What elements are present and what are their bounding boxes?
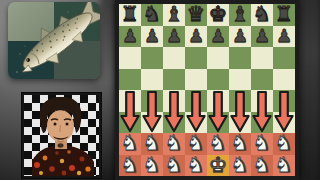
piece-white-knight[interactable]: ♞ — [253, 133, 272, 154]
square-h8[interactable]: ♜ — [273, 4, 295, 26]
square-d2[interactable]: ♞ — [185, 133, 207, 155]
square-h5[interactable] — [273, 69, 295, 91]
square-g4[interactable] — [251, 90, 273, 112]
piece-black-pawn[interactable]: ♟ — [210, 27, 226, 45]
square-c5[interactable] — [163, 69, 185, 91]
fish-body — [17, 6, 98, 76]
square-h1[interactable]: ♞ — [273, 155, 295, 177]
square-e1[interactable]: ♚ — [207, 155, 229, 177]
square-h3[interactable] — [273, 112, 295, 134]
portrait-left-eye — [54, 123, 57, 126]
square-h4[interactable] — [273, 90, 295, 112]
square-b3[interactable] — [141, 112, 163, 134]
square-c7[interactable]: ♟ — [163, 26, 185, 48]
piece-black-pawn[interactable]: ♟ — [188, 27, 204, 45]
square-f1[interactable]: ♞ — [229, 155, 251, 177]
piece-black-rook[interactable]: ♜ — [275, 4, 294, 25]
square-c1[interactable]: ♞ — [163, 155, 185, 177]
square-g5[interactable] — [251, 69, 273, 91]
square-c8[interactable]: ♝ — [163, 4, 185, 26]
square-a1[interactable]: ♞ — [119, 155, 141, 177]
piece-white-knight[interactable]: ♞ — [209, 133, 228, 154]
piece-black-knight[interactable]: ♞ — [253, 4, 272, 25]
square-f7[interactable]: ♟ — [229, 26, 251, 48]
portrait-right-eye — [66, 123, 69, 126]
square-b5[interactable] — [141, 69, 163, 91]
square-c6[interactable] — [163, 47, 185, 69]
square-h6[interactable] — [273, 47, 295, 69]
square-g3[interactable] — [251, 112, 273, 134]
piece-black-bishop[interactable]: ♝ — [231, 4, 250, 25]
square-h2[interactable]: ♞ — [273, 133, 295, 155]
square-a6[interactable] — [119, 47, 141, 69]
square-a4[interactable] — [119, 90, 141, 112]
piece-white-knight[interactable]: ♞ — [121, 133, 140, 154]
piece-black-pawn[interactable]: ♟ — [232, 27, 248, 45]
square-a8[interactable]: ♜ — [119, 4, 141, 26]
square-e2[interactable]: ♞ — [207, 133, 229, 155]
square-e3[interactable] — [207, 112, 229, 134]
square-e4[interactable] — [207, 90, 229, 112]
square-d5[interactable] — [185, 69, 207, 91]
square-e6[interactable] — [207, 47, 229, 69]
piece-white-knight[interactable]: ♞ — [165, 133, 184, 154]
square-a2[interactable]: ♞ — [119, 133, 141, 155]
piece-white-knight[interactable]: ♞ — [187, 133, 206, 154]
piece-white-knight[interactable]: ♞ — [121, 155, 140, 176]
square-e8[interactable]: ♚ — [207, 4, 229, 26]
square-b1[interactable]: ♞ — [141, 155, 163, 177]
piece-white-knight[interactable]: ♞ — [143, 133, 162, 154]
square-d7[interactable]: ♟ — [185, 26, 207, 48]
piece-white-knight[interactable]: ♞ — [165, 155, 184, 176]
piece-white-knight[interactable]: ♞ — [231, 133, 250, 154]
square-h7[interactable]: ♟ — [273, 26, 295, 48]
piece-black-pawn[interactable]: ♟ — [254, 27, 270, 45]
square-g6[interactable] — [251, 47, 273, 69]
portrait-nose — [60, 125, 61, 132]
piece-white-knight[interactable]: ♞ — [187, 155, 206, 176]
piece-white-king[interactable]: ♚ — [209, 155, 228, 176]
chess-board: ♜♞♝♛♚♝♞♜♟♟♟♟♟♟♟♟♞♞♞♞♞♞♞♞♞♞♞♞♚♞♞♞ — [115, 0, 299, 180]
piece-black-pawn[interactable]: ♟ — [122, 27, 138, 45]
square-a7[interactable]: ♟ — [119, 26, 141, 48]
piece-black-pawn[interactable]: ♟ — [276, 27, 292, 45]
square-f6[interactable] — [229, 47, 251, 69]
portrait-chin-beard — [58, 143, 64, 147]
piece-white-knight[interactable]: ♞ — [275, 155, 294, 176]
square-g8[interactable]: ♞ — [251, 4, 273, 26]
square-f5[interactable] — [229, 69, 251, 91]
square-d4[interactable] — [185, 90, 207, 112]
square-b4[interactable] — [141, 90, 163, 112]
piece-black-bishop[interactable]: ♝ — [165, 4, 184, 25]
board-squares[interactable]: ♜♞♝♛♚♝♞♜♟♟♟♟♟♟♟♟♞♞♞♞♞♞♞♞♞♞♞♞♚♞♞♞ — [119, 4, 295, 176]
square-f4[interactable] — [229, 90, 251, 112]
piece-black-pawn[interactable]: ♟ — [166, 27, 182, 45]
piece-black-knight[interactable]: ♞ — [143, 4, 162, 25]
piece-black-rook[interactable]: ♜ — [121, 4, 140, 25]
square-g1[interactable]: ♞ — [251, 155, 273, 177]
fish-body-group — [8, 2, 100, 79]
video-thumbnail: ♜♞♝♛♚♝♞♜♟♟♟♟♟♟♟♟♞♞♞♞♞♞♞♞♞♞♞♞♚♞♞♞ — [0, 0, 320, 180]
square-d1[interactable]: ♞ — [185, 155, 207, 177]
square-e5[interactable] — [207, 69, 229, 91]
square-e7[interactable]: ♟ — [207, 26, 229, 48]
square-a3[interactable] — [119, 112, 141, 134]
piece-black-pawn[interactable]: ♟ — [144, 27, 160, 45]
portrait-illustration — [24, 95, 99, 176]
streamer-portrait — [22, 93, 101, 178]
square-g7[interactable]: ♟ — [251, 26, 273, 48]
square-c3[interactable] — [163, 112, 185, 134]
piece-black-queen[interactable]: ♛ — [187, 4, 206, 25]
square-g2[interactable]: ♞ — [251, 133, 273, 155]
square-c2[interactable]: ♞ — [163, 133, 185, 155]
square-b2[interactable]: ♞ — [141, 133, 163, 155]
square-b6[interactable] — [141, 47, 163, 69]
square-f2[interactable]: ♞ — [229, 133, 251, 155]
square-d6[interactable] — [185, 47, 207, 69]
piece-white-knight[interactable]: ♞ — [231, 155, 250, 176]
piece-black-king[interactable]: ♚ — [209, 4, 228, 25]
square-b8[interactable]: ♞ — [141, 4, 163, 26]
square-f3[interactable] — [229, 112, 251, 134]
square-d3[interactable] — [185, 112, 207, 134]
square-f8[interactable]: ♝ — [229, 4, 251, 26]
square-d8[interactable]: ♛ — [185, 4, 207, 26]
square-b7[interactable]: ♟ — [141, 26, 163, 48]
fish-image — [8, 2, 100, 79]
square-a5[interactable] — [119, 69, 141, 91]
piece-white-knight[interactable]: ♞ — [143, 155, 162, 176]
piece-white-knight[interactable]: ♞ — [253, 155, 272, 176]
fish-illustration — [8, 2, 100, 79]
piece-white-knight[interactable]: ♞ — [275, 133, 294, 154]
square-c4[interactable] — [163, 90, 185, 112]
